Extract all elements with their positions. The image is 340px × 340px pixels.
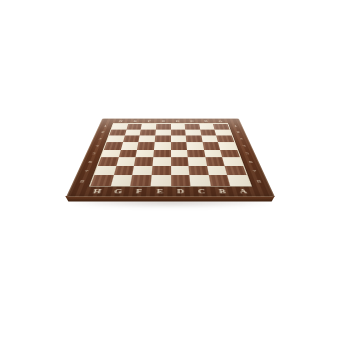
square-g4 — [121, 142, 139, 149]
square-c8 — [190, 175, 211, 185]
file-label-d: D — [171, 187, 192, 197]
square-g5 — [118, 150, 137, 158]
chess-board: HGFEDCBA HGFEDCBA 12345678 12345678 — [66, 119, 275, 197]
square-a8 — [228, 175, 251, 185]
square-c5 — [187, 150, 205, 158]
square-a7 — [225, 166, 247, 175]
square-d7 — [171, 166, 190, 175]
square-e5 — [153, 150, 170, 158]
square-f8 — [130, 175, 151, 185]
square-e8 — [150, 175, 170, 185]
file-labels-bottom: HGFEDCBA — [85, 187, 256, 197]
square-g3 — [123, 136, 140, 143]
square-c4 — [186, 142, 203, 149]
square-c3 — [186, 136, 203, 143]
file-label-e: E — [149, 187, 170, 197]
square-d4 — [171, 142, 188, 149]
file-label-f: F — [128, 187, 150, 197]
file-label-c: C — [191, 187, 213, 197]
file-label-g: G — [106, 187, 129, 197]
square-g7 — [113, 166, 134, 175]
square-g8 — [110, 175, 132, 185]
square-a6 — [223, 157, 244, 166]
square-a4 — [218, 142, 237, 149]
square-f5 — [136, 150, 154, 158]
product-photo-white-background: HGFEDCBA HGFEDCBA 12345678 12345678 — [0, 0, 340, 340]
square-d6 — [171, 157, 189, 166]
square-e3 — [155, 136, 171, 143]
playing-area — [89, 123, 252, 186]
square-a3 — [216, 136, 234, 143]
square-a5 — [220, 150, 240, 158]
square-f6 — [134, 157, 153, 166]
square-d3 — [171, 136, 187, 143]
square-d5 — [171, 150, 188, 158]
square-f7 — [132, 166, 152, 175]
square-e6 — [152, 157, 170, 166]
square-f3 — [139, 136, 156, 143]
square-c6 — [188, 157, 207, 166]
file-label-a: A — [232, 187, 256, 197]
square-d8 — [171, 175, 191, 185]
square-f4 — [137, 142, 154, 149]
square-g6 — [116, 157, 136, 166]
square-c7 — [189, 166, 209, 175]
square-e7 — [151, 166, 170, 175]
square-e4 — [154, 142, 171, 149]
